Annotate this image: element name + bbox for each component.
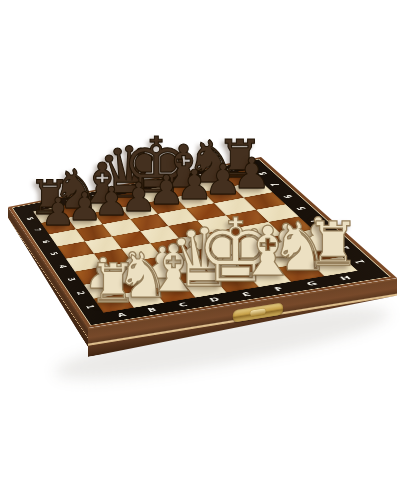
- chess-set-product-photo: 88AA77BB66CC55DD44EE33FF22GG11HH ♜♞♝♛♚♝♞…: [0, 0, 400, 498]
- piece-black-pawn-h7[interactable]: ♟: [233, 153, 271, 195]
- piece-white-rook-h1[interactable]: ♜: [306, 214, 360, 274]
- brass-clasp[interactable]: [233, 302, 283, 322]
